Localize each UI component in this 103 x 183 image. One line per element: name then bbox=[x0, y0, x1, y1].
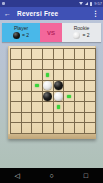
white-disc-icon bbox=[73, 32, 80, 39]
board-cell[interactable] bbox=[85, 49, 96, 60]
board-cell[interactable] bbox=[43, 49, 54, 60]
board-cell[interactable] bbox=[75, 102, 86, 113]
board-cell[interactable] bbox=[32, 92, 43, 103]
board-cell[interactable] bbox=[22, 49, 33, 60]
nav-back-icon[interactable]: ◁ bbox=[0, 168, 34, 183]
legal-move-hint[interactable] bbox=[67, 95, 71, 99]
board-cell[interactable] bbox=[43, 81, 54, 92]
overflow-menu-icon[interactable]: ⋮ bbox=[92, 7, 103, 20]
board-cell[interactable] bbox=[54, 49, 65, 60]
board-cell[interactable] bbox=[85, 92, 96, 103]
board-cell[interactable] bbox=[32, 113, 43, 124]
board-cell[interactable] bbox=[43, 92, 54, 103]
board-cell[interactable] bbox=[64, 70, 75, 81]
board-cell[interactable] bbox=[75, 113, 86, 124]
board-cell[interactable] bbox=[22, 81, 33, 92]
player-name: Player bbox=[14, 26, 28, 31]
board-cell[interactable] bbox=[54, 92, 65, 103]
board-cell[interactable] bbox=[11, 70, 22, 81]
opponent-panel: Rookie = 2 bbox=[62, 23, 101, 42]
opponent-name: Rookie bbox=[74, 26, 90, 31]
board-cell[interactable] bbox=[32, 123, 43, 134]
player-score: = 2 bbox=[22, 33, 29, 38]
board-cell[interactable] bbox=[43, 113, 54, 124]
board-cell[interactable] bbox=[32, 70, 43, 81]
board-cell[interactable] bbox=[43, 60, 54, 71]
black-disc-icon bbox=[13, 32, 20, 39]
white-disc bbox=[43, 81, 52, 90]
board-cell[interactable] bbox=[22, 92, 33, 103]
nav-recents-icon[interactable]: □ bbox=[69, 168, 103, 183]
board-cell[interactable] bbox=[22, 113, 33, 124]
board-cell[interactable] bbox=[54, 81, 65, 92]
board-cell[interactable] bbox=[85, 60, 96, 71]
signal-icon bbox=[85, 2, 88, 5]
app-title: Reversi Free bbox=[17, 10, 58, 17]
board-cell[interactable] bbox=[75, 92, 86, 103]
board-cell[interactable] bbox=[22, 60, 33, 71]
board-cell[interactable] bbox=[75, 60, 86, 71]
board-cell[interactable] bbox=[11, 60, 22, 71]
board-cell[interactable] bbox=[32, 81, 43, 92]
legal-move-hint[interactable] bbox=[46, 73, 50, 77]
board-cell[interactable] bbox=[32, 60, 43, 71]
board-cell[interactable] bbox=[54, 123, 65, 134]
board-grid bbox=[10, 48, 96, 134]
player-panel: Player = 2 bbox=[2, 23, 40, 42]
board-cell[interactable] bbox=[11, 123, 22, 134]
notification-icon bbox=[2, 2, 5, 5]
status-bar: 9:57 bbox=[0, 0, 103, 7]
board-cell[interactable] bbox=[22, 102, 33, 113]
battery-icon bbox=[90, 2, 92, 6]
board-cell[interactable] bbox=[85, 113, 96, 124]
app-bar: ← Reversi Free ⋮ bbox=[0, 7, 103, 20]
white-disc bbox=[54, 92, 63, 101]
board-cell[interactable] bbox=[32, 102, 43, 113]
legal-move-hint[interactable] bbox=[35, 84, 39, 88]
vs-panel: VS bbox=[40, 23, 62, 42]
board-cell[interactable] bbox=[43, 123, 54, 134]
black-disc bbox=[43, 92, 52, 101]
board-cell[interactable] bbox=[64, 113, 75, 124]
nav-home-icon[interactable]: ○ bbox=[34, 168, 68, 183]
board-cell[interactable] bbox=[75, 49, 86, 60]
board-cell[interactable] bbox=[22, 70, 33, 81]
board-cell[interactable] bbox=[85, 81, 96, 92]
board-cell[interactable] bbox=[85, 70, 96, 81]
board-cell[interactable] bbox=[11, 81, 22, 92]
board-cell[interactable] bbox=[75, 123, 86, 134]
board-cell[interactable] bbox=[54, 113, 65, 124]
board-cell[interactable] bbox=[22, 123, 33, 134]
board-cell[interactable] bbox=[11, 49, 22, 60]
board-cell[interactable] bbox=[64, 102, 75, 113]
android-nav-bar: ◁ ○ □ bbox=[0, 168, 103, 183]
reversi-board bbox=[8, 46, 96, 139]
board-cell[interactable] bbox=[64, 60, 75, 71]
board-cell[interactable] bbox=[85, 102, 96, 113]
board-cell[interactable] bbox=[32, 49, 43, 60]
back-arrow-icon[interactable]: ← bbox=[0, 7, 11, 20]
board-cell[interactable] bbox=[75, 81, 86, 92]
board-cell[interactable] bbox=[11, 113, 22, 124]
board-cell[interactable] bbox=[64, 49, 75, 60]
board-cell[interactable] bbox=[64, 92, 75, 103]
board-cell[interactable] bbox=[64, 81, 75, 92]
board-cell[interactable] bbox=[11, 92, 22, 103]
board-cell[interactable] bbox=[75, 70, 86, 81]
board-cell[interactable] bbox=[85, 123, 96, 134]
board-cell[interactable] bbox=[43, 70, 54, 81]
board-cell[interactable] bbox=[54, 102, 65, 113]
wifi-icon bbox=[79, 2, 83, 5]
board-cell[interactable] bbox=[64, 123, 75, 134]
clock: 9:57 bbox=[94, 0, 102, 7]
board-cell[interactable] bbox=[11, 102, 22, 113]
black-disc bbox=[54, 81, 63, 90]
score-bar: Player = 2 VS Rookie = 2 bbox=[2, 23, 101, 42]
legal-move-hint[interactable] bbox=[57, 105, 61, 109]
board-cell[interactable] bbox=[54, 60, 65, 71]
board-cell[interactable] bbox=[54, 70, 65, 81]
reversi-app-screen: 9:57 ← Reversi Free ⋮ Player = 2 VS Rook… bbox=[0, 0, 103, 183]
opponent-score: = 2 bbox=[82, 33, 89, 38]
board-cell[interactable] bbox=[43, 102, 54, 113]
vs-label: VS bbox=[47, 30, 55, 36]
